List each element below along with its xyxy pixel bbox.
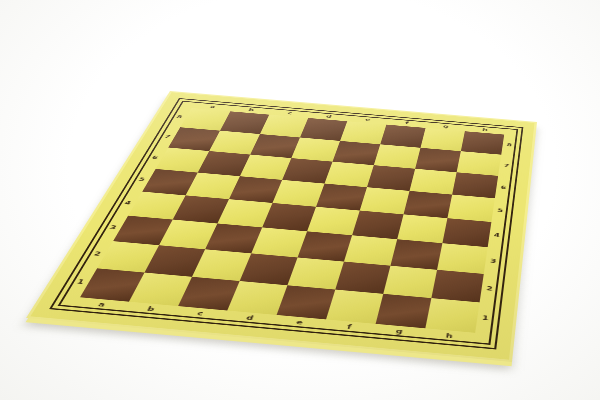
coord-rank-right-7: 7 [504,163,510,168]
square-f3[interactable] [344,235,397,265]
coord-rank-right-6: 6 [500,185,506,190]
square-e2[interactable] [287,257,344,289]
square-h3[interactable] [437,243,488,274]
square-g3[interactable] [390,239,442,270]
coord-rank-right-2: 2 [486,285,493,291]
square-h2[interactable] [431,270,483,303]
coord-rank-right-5: 5 [497,208,503,213]
square-g4[interactable] [397,214,447,243]
coord-rank-right-3: 3 [490,258,497,264]
coord-rank-right-8: 8 [507,143,513,148]
coord-file-bottom-h: h [445,332,453,339]
square-e4[interactable] [307,207,360,236]
coord-file-bottom-g: g [395,328,403,335]
square-f4[interactable] [352,211,403,240]
coord-rank-right-1: 1 [482,315,489,322]
square-h4[interactable] [442,218,491,247]
square-f2[interactable] [335,262,390,294]
square-h1[interactable] [425,298,479,333]
chessboard: aa88bb77cc66dd55ee44ff33gg22hh11 [26,91,537,362]
photo-background: aa88bb77cc66dd55ee44ff33gg22hh11 [0,0,600,400]
coord-file-top-h: h [482,127,488,131]
coord-file-top-g: g [443,124,449,128]
coord-rank-right-4: 4 [494,232,501,238]
square-g2[interactable] [383,266,437,298]
board-grid [80,108,504,333]
square-e3[interactable] [298,231,353,261]
square-g1[interactable] [376,294,432,328]
square-f1[interactable] [326,290,383,324]
